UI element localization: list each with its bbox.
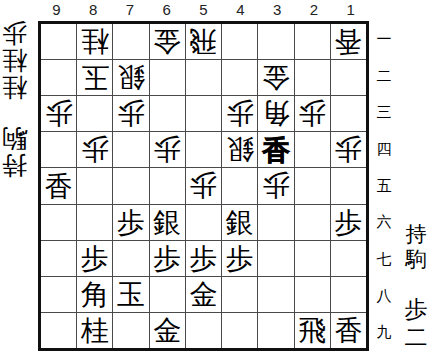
shogi-diagram: 987654321 桂金飛香玉銀金歩歩歩角歩歩歩銀香歩香歩歩歩銀銀歩歩歩歩歩角玉…: [0, 0, 434, 357]
square-38[interactable]: [258, 277, 293, 312]
square-24[interactable]: [295, 132, 330, 167]
piece-gold-gote: 金: [262, 63, 290, 91]
square-55[interactable]: 歩: [186, 168, 221, 203]
piece-pawn-sente: 歩: [189, 245, 217, 273]
square-39[interactable]: [258, 313, 293, 348]
square-88[interactable]: 角: [77, 277, 112, 312]
square-48[interactable]: [222, 277, 257, 312]
square-67[interactable]: 歩: [150, 241, 185, 276]
piece-gold-sente: 金: [153, 317, 181, 345]
square-42[interactable]: [222, 60, 257, 95]
file-label-6: 6: [148, 0, 185, 19]
square-73[interactable]: 歩: [113, 96, 148, 131]
square-37[interactable]: [258, 241, 293, 276]
square-93[interactable]: 歩: [41, 96, 76, 131]
file-label-3: 3: [259, 0, 296, 19]
gote-hand-piece-knight: 桂: [2, 47, 27, 74]
piece-rook-sente: 飛: [298, 317, 326, 345]
piece-silver-sente: 銀: [226, 209, 254, 237]
square-45[interactable]: [222, 168, 257, 203]
square-53[interactable]: [186, 96, 221, 131]
square-46[interactable]: 銀: [222, 205, 257, 240]
square-16[interactable]: 歩: [331, 205, 366, 240]
square-32[interactable]: 金: [258, 60, 293, 95]
piece-lance-sente: 香: [334, 317, 362, 345]
sente-hand-label: 持駒: [403, 222, 429, 272]
square-11[interactable]: 香: [331, 24, 366, 59]
piece-pawn-gote: 歩: [153, 135, 181, 163]
square-79[interactable]: [113, 313, 148, 348]
piece-pawn-gote: 歩: [334, 135, 362, 163]
square-89[interactable]: 桂: [77, 313, 112, 348]
square-97[interactable]: [41, 241, 76, 276]
square-47[interactable]: 歩: [222, 241, 257, 276]
square-58[interactable]: 金: [186, 277, 221, 312]
rank-labels: 一二三四五六七八九: [373, 21, 395, 351]
piece-pawn-gote: 歩: [189, 171, 217, 199]
square-95[interactable]: 香: [41, 168, 76, 203]
square-36[interactable]: [258, 205, 293, 240]
piece-silver-sente: 銀: [153, 209, 181, 237]
piece-bishop-sente: 角: [81, 281, 109, 309]
square-34[interactable]: 香: [258, 132, 293, 167]
piece-pawn-gote: 歩: [262, 171, 290, 199]
square-64[interactable]: 歩: [150, 132, 185, 167]
square-56[interactable]: [186, 205, 221, 240]
square-14[interactable]: 歩: [331, 132, 366, 167]
piece-bishop-gote: 角: [262, 99, 290, 127]
square-74[interactable]: [113, 132, 148, 167]
file-label-9: 9: [38, 0, 75, 19]
square-31[interactable]: [258, 24, 293, 59]
sente-hand-label-char: 駒: [406, 247, 427, 272]
square-13[interactable]: [331, 96, 366, 131]
piece-pawn-sente: 歩: [153, 245, 181, 273]
square-29[interactable]: 飛: [295, 313, 330, 348]
square-98[interactable]: [41, 277, 76, 312]
piece-pawn-sente: 歩: [117, 209, 145, 237]
square-82[interactable]: 玉: [77, 60, 112, 95]
piece-lance-sente: 香: [45, 173, 73, 201]
gote-hand-label-char: 持: [2, 152, 27, 179]
square-81[interactable]: 桂: [77, 24, 112, 59]
piece-silver-gote: 銀: [117, 63, 145, 91]
sente-hand-count-二: 二: [405, 324, 428, 352]
piece-pawn-sente: 歩: [334, 209, 362, 237]
square-76[interactable]: 歩: [113, 205, 148, 240]
piece-gold-sente: 金: [189, 281, 217, 309]
square-43[interactable]: 歩: [222, 96, 257, 131]
piece-rook-gote: 飛: [189, 27, 217, 55]
square-85[interactable]: [77, 168, 112, 203]
square-83[interactable]: [77, 96, 112, 131]
square-77[interactable]: [113, 241, 148, 276]
piece-pawn-sente: 歩: [226, 245, 254, 273]
square-57[interactable]: 歩: [186, 241, 221, 276]
square-96[interactable]: [41, 205, 76, 240]
square-84[interactable]: 歩: [77, 132, 112, 167]
square-27[interactable]: [295, 241, 330, 276]
square-19[interactable]: 香: [331, 313, 366, 348]
piece-pawn-gote: 歩: [298, 99, 326, 127]
square-94[interactable]: [41, 132, 76, 167]
piece-knight-sente: 桂: [81, 317, 109, 345]
square-91[interactable]: [41, 24, 76, 59]
square-71[interactable]: [113, 24, 148, 59]
square-28[interactable]: [295, 277, 330, 312]
piece-silver-gote: 銀: [226, 135, 254, 163]
rank-label-9: 九: [373, 314, 395, 351]
gote-hand-piece-pawn: 歩: [2, 20, 27, 47]
square-21[interactable]: [295, 24, 330, 59]
square-22[interactable]: [295, 60, 330, 95]
square-26[interactable]: [295, 205, 330, 240]
piece-pawn-gote: 歩: [45, 99, 73, 127]
square-87[interactable]: 歩: [77, 241, 112, 276]
file-label-8: 8: [75, 0, 112, 19]
rank-label-2: 二: [373, 58, 395, 95]
file-label-2: 2: [295, 0, 332, 19]
piece-pawn-gote: 歩: [226, 99, 254, 127]
piece-lance-gote: 香: [334, 27, 362, 55]
square-41[interactable]: [222, 24, 257, 59]
gote-hand-label-char: 駒: [2, 125, 27, 152]
piece-lance-sente: 香: [262, 137, 290, 165]
piece-gold-gote: 金: [153, 27, 181, 55]
square-51[interactable]: 飛: [186, 24, 221, 59]
square-25[interactable]: [295, 168, 330, 203]
square-99[interactable]: [41, 313, 76, 348]
file-labels: 987654321: [38, 0, 369, 19]
piece-pawn-sente: 歩: [81, 245, 109, 273]
square-65[interactable]: [150, 168, 185, 203]
square-86[interactable]: [77, 205, 112, 240]
square-18[interactable]: [331, 277, 366, 312]
file-label-7: 7: [112, 0, 149, 19]
sente-hand-piece-pawn: 歩: [405, 296, 428, 324]
rank-label-7: 七: [373, 241, 395, 278]
rank-label-5: 五: [373, 168, 395, 205]
piece-pawn-gote: 歩: [117, 99, 145, 127]
square-33[interactable]: 角: [258, 96, 293, 131]
square-62[interactable]: [150, 60, 185, 95]
square-44[interactable]: 銀: [222, 132, 257, 167]
square-17[interactable]: [331, 241, 366, 276]
square-59[interactable]: [186, 313, 221, 348]
square-52[interactable]: [186, 60, 221, 95]
piece-king-gote: 玉: [81, 63, 109, 91]
square-78[interactable]: 玉: [113, 277, 148, 312]
square-61[interactable]: 金: [150, 24, 185, 59]
square-12[interactable]: [331, 60, 366, 95]
rank-label-1: 一: [373, 21, 395, 58]
square-68[interactable]: [150, 277, 185, 312]
file-label-5: 5: [185, 0, 222, 19]
square-54[interactable]: [186, 132, 221, 167]
square-49[interactable]: [222, 313, 257, 348]
square-66[interactable]: 銀: [150, 205, 185, 240]
file-label-1: 1: [332, 0, 369, 19]
rank-label-3: 三: [373, 94, 395, 131]
square-63[interactable]: [150, 96, 185, 131]
sente-hand-pieces: 歩二: [403, 296, 429, 352]
square-75[interactable]: [113, 168, 148, 203]
square-92[interactable]: [41, 60, 76, 95]
square-72[interactable]: 銀: [113, 60, 148, 95]
square-69[interactable]: 金: [150, 313, 185, 348]
rank-label-4: 四: [373, 131, 395, 168]
piece-pawn-gote: 歩: [81, 135, 109, 163]
rank-label-8: 八: [373, 278, 395, 315]
sente-hand-label-char: 持: [406, 222, 427, 247]
piece-knight-gote: 桂: [81, 27, 109, 55]
piece-king-sente: 玉: [117, 281, 145, 309]
square-35[interactable]: 歩: [258, 168, 293, 203]
shogi-board: 桂金飛香玉銀金歩歩歩角歩歩歩銀香歩香歩歩歩銀銀歩歩歩歩歩角玉金桂金飛香: [38, 21, 369, 351]
square-15[interactable]: [331, 168, 366, 203]
gote-hand-piece-knight: 桂: [2, 74, 27, 101]
gote-hand: 歩桂桂駒持: [1, 20, 27, 179]
square-23[interactable]: 歩: [295, 96, 330, 131]
file-label-4: 4: [222, 0, 259, 19]
rank-label-6: 六: [373, 204, 395, 241]
